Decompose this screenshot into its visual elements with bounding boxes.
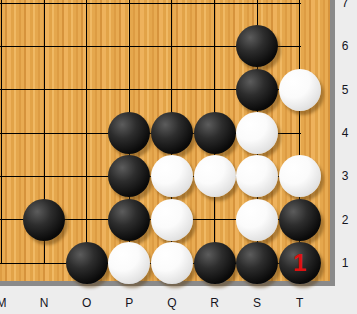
stone-white-s4[interactable] [236,112,278,154]
col-label-P: P [118,296,140,310]
row-label-6: 6 [334,39,356,53]
stone-white-s2[interactable] [236,199,278,241]
stone-white-q1[interactable] [151,242,193,284]
stone-white-t3[interactable] [279,155,321,197]
row-label-2: 2 [334,213,356,227]
stone-black-t1[interactable]: 1 [279,242,321,284]
grid-line-row-7 [0,3,301,4]
stone-white-q2[interactable] [151,199,193,241]
row-label-5: 5 [334,83,356,97]
col-label-N: N [33,296,55,310]
row-label-7: 7 [334,0,356,10]
stone-white-q3[interactable] [151,155,193,197]
stone-black-s5[interactable] [236,69,278,111]
row-label-3: 3 [334,169,356,183]
col-label-M: M [0,296,13,310]
stone-black-o1[interactable] [66,242,108,284]
move-number-label: 1 [293,251,306,275]
stone-white-t5[interactable] [279,69,321,111]
col-label-S: S [246,296,268,310]
stone-white-r3[interactable] [194,155,236,197]
stone-black-r1[interactable] [194,242,236,284]
row-label-4: 4 [334,126,356,140]
stone-black-p2[interactable] [108,199,150,241]
stone-black-t2[interactable] [279,199,321,241]
col-label-Q: Q [161,296,183,310]
col-label-R: R [204,296,226,310]
go-board-diagram: 1 MNOPQRST 7654321 [0,0,357,314]
stone-black-q4[interactable] [151,112,193,154]
stone-black-n2[interactable] [23,199,65,241]
stone-black-r4[interactable] [194,112,236,154]
col-label-T: T [289,296,311,310]
col-label-O: O [76,296,98,310]
row-label-1: 1 [334,256,356,270]
stone-black-s1[interactable] [236,242,278,284]
